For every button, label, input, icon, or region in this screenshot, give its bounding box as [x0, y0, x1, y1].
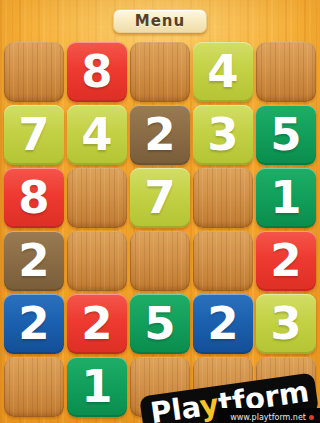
empty-cell-r4c4[interactable]: [193, 231, 253, 291]
tile-r1c4[interactable]: 4: [193, 42, 253, 102]
tile-r2c2[interactable]: 4: [67, 105, 127, 165]
game-screen: Menu 847423587122225231 Playtform www.pl…: [0, 0, 320, 423]
tile-r3c5[interactable]: 1: [256, 168, 316, 228]
red-dot-icon: [309, 415, 314, 420]
tile-r6c2[interactable]: 1: [67, 357, 127, 417]
empty-cell-r6c1[interactable]: [4, 357, 64, 417]
empty-cell-r4c2[interactable]: [67, 231, 127, 291]
menu-button[interactable]: Menu: [113, 9, 207, 33]
empty-cell-r1c3[interactable]: [130, 42, 190, 102]
tile-r2c4[interactable]: 3: [193, 105, 253, 165]
logo-text-white-1: Pla: [148, 390, 202, 423]
empty-cell-r1c5[interactable]: [256, 42, 316, 102]
empty-cell-r4c3[interactable]: [130, 231, 190, 291]
tile-r5c4[interactable]: 2: [193, 294, 253, 354]
playtform-url: www.playtform.net: [230, 413, 306, 422]
playtform-url-bar: www.playtform.net: [218, 408, 320, 423]
tile-r2c5[interactable]: 5: [256, 105, 316, 165]
empty-cell-r3c4[interactable]: [193, 168, 253, 228]
board-grid: 847423587122225231: [4, 42, 316, 417]
empty-cell-r3c2[interactable]: [67, 168, 127, 228]
tile-r5c5[interactable]: 3: [256, 294, 316, 354]
playtform-watermark: Playtform www.playtform.net: [155, 368, 320, 423]
tile-r3c3[interactable]: 7: [130, 168, 190, 228]
tile-r4c5[interactable]: 2: [256, 231, 316, 291]
tile-r2c3[interactable]: 2: [130, 105, 190, 165]
tile-r1c2[interactable]: 8: [67, 42, 127, 102]
tile-r4c1[interactable]: 2: [4, 231, 64, 291]
tile-r2c1[interactable]: 7: [4, 105, 64, 165]
tile-r3c1[interactable]: 8: [4, 168, 64, 228]
empty-cell-r1c1[interactable]: [4, 42, 64, 102]
tile-r5c3[interactable]: 5: [130, 294, 190, 354]
tile-r5c1[interactable]: 2: [4, 294, 64, 354]
tile-r5c2[interactable]: 2: [67, 294, 127, 354]
